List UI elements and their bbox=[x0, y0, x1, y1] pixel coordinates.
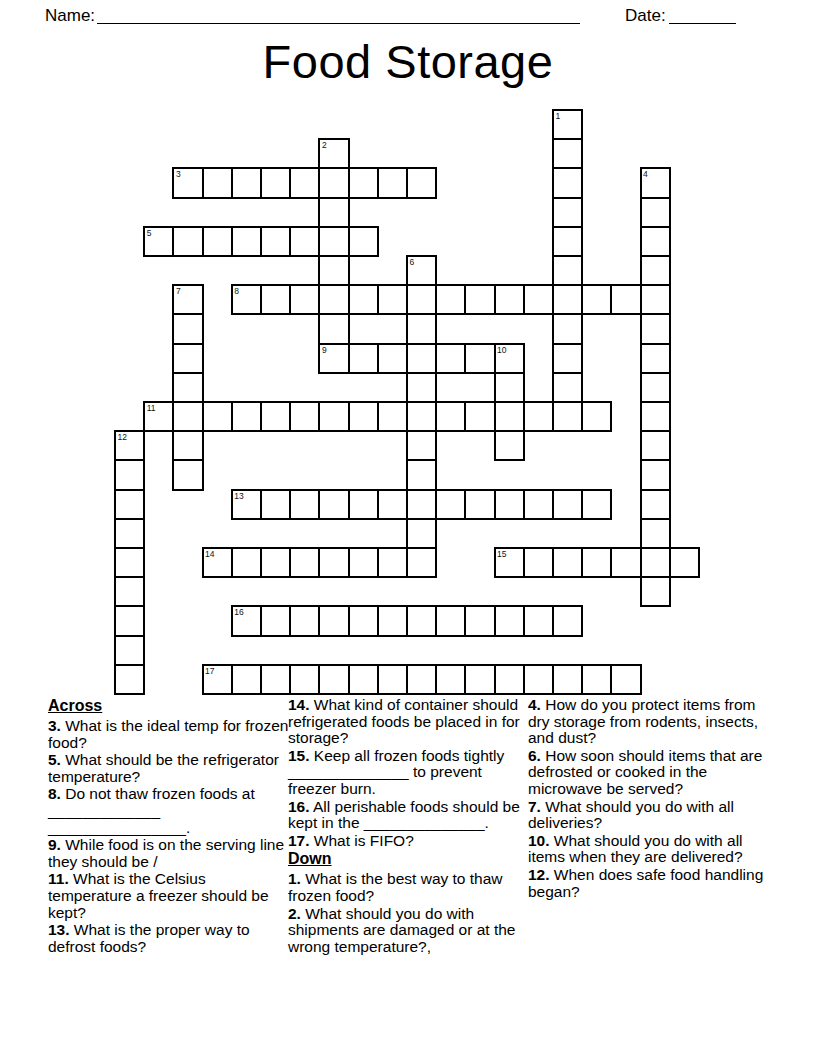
clue-column-down: 4. How do you protect items from dry sto… bbox=[528, 697, 770, 901]
grid-cell[interactable] bbox=[552, 226, 583, 257]
cell-clue-number: 2 bbox=[322, 140, 327, 150]
grid-cell[interactable] bbox=[318, 284, 349, 315]
grid-cell[interactable] bbox=[640, 226, 671, 257]
grid-cell[interactable] bbox=[260, 664, 291, 695]
grid-cell[interactable] bbox=[172, 430, 203, 461]
grid-cell[interactable] bbox=[377, 664, 408, 695]
clue-item-number: 14. bbox=[288, 696, 310, 713]
grid-cell[interactable] bbox=[552, 372, 583, 403]
grid-cell[interactable] bbox=[640, 343, 671, 374]
grid-cell[interactable] bbox=[318, 255, 349, 286]
grid-cell[interactable] bbox=[377, 401, 408, 432]
grid-cell[interactable] bbox=[377, 489, 408, 520]
grid-cell[interactable] bbox=[464, 605, 495, 636]
clue-item: 8. Do not thaw frozen foods at _________… bbox=[48, 786, 290, 836]
grid-cell[interactable] bbox=[377, 547, 408, 578]
clue-item-number: 15. bbox=[288, 747, 310, 764]
grid-cell[interactable] bbox=[318, 401, 349, 432]
grid-cell[interactable] bbox=[377, 284, 408, 315]
grid-cell[interactable] bbox=[581, 489, 612, 520]
grid-cell[interactable] bbox=[114, 635, 145, 666]
grid-cell[interactable] bbox=[435, 605, 466, 636]
cell-clue-number: 7 bbox=[176, 286, 181, 296]
grid-cell[interactable] bbox=[318, 605, 349, 636]
grid-cell[interactable] bbox=[523, 605, 554, 636]
clue-item: 5. What should be the refrigerator tempe… bbox=[48, 752, 290, 785]
grid-cell[interactable] bbox=[494, 401, 525, 432]
date-label: Date: bbox=[625, 6, 666, 26]
grid-cell[interactable] bbox=[260, 167, 291, 198]
grid-cell[interactable] bbox=[406, 547, 437, 578]
grid-cell[interactable] bbox=[669, 547, 700, 578]
grid-cell[interactable] bbox=[406, 284, 437, 315]
grid-cell[interactable] bbox=[348, 401, 379, 432]
grid-cell[interactable] bbox=[289, 605, 320, 636]
clue-column-middle: 14. What kind of container should refrig… bbox=[288, 697, 530, 956]
grid-cell[interactable] bbox=[464, 401, 495, 432]
grid-cell[interactable] bbox=[318, 664, 349, 695]
grid-cell[interactable] bbox=[114, 664, 145, 695]
grid-cell[interactable] bbox=[172, 343, 203, 374]
grid-cell[interactable] bbox=[260, 605, 291, 636]
grid-cell[interactable] bbox=[406, 459, 437, 490]
clue-list-header: Across bbox=[48, 697, 290, 715]
clue-item: 13. What is the proper way to defrost fo… bbox=[48, 922, 290, 955]
grid-cell[interactable] bbox=[464, 284, 495, 315]
grid-cell[interactable] bbox=[523, 401, 554, 432]
clue-item: 9. While food is on the serving line the… bbox=[48, 837, 290, 870]
grid-cell[interactable] bbox=[289, 547, 320, 578]
clue-item-number: 13. bbox=[48, 921, 70, 938]
grid-cell[interactable] bbox=[552, 313, 583, 344]
grid-cell[interactable] bbox=[435, 664, 466, 695]
grid-cell[interactable] bbox=[610, 284, 641, 315]
grid-cell[interactable] bbox=[202, 401, 233, 432]
cell-clue-number: 12 bbox=[118, 432, 127, 442]
grid-cell[interactable] bbox=[260, 226, 291, 257]
grid-cell[interactable] bbox=[640, 576, 671, 607]
grid-cell[interactable] bbox=[552, 138, 583, 169]
grid-cell[interactable] bbox=[640, 372, 671, 403]
grid-cell[interactable] bbox=[348, 226, 379, 257]
grid-cell[interactable] bbox=[494, 664, 525, 695]
grid-cell[interactable] bbox=[318, 167, 349, 198]
grid-cell[interactable] bbox=[172, 401, 203, 432]
grid-cell[interactable] bbox=[260, 489, 291, 520]
grid-cell[interactable] bbox=[318, 547, 349, 578]
grid-cell[interactable] bbox=[552, 343, 583, 374]
clue-item-number: 5. bbox=[48, 751, 61, 768]
grid-cell[interactable] bbox=[289, 401, 320, 432]
grid-cell[interactable] bbox=[464, 343, 495, 374]
grid-cell[interactable] bbox=[318, 489, 349, 520]
worksheet-page: { "game": "crossword", "header": { "name… bbox=[0, 0, 816, 1056]
clue-item-number: 6. bbox=[528, 747, 541, 764]
clue-item: 12. When does safe food handling began? bbox=[528, 867, 770, 900]
cell-clue-number: 15 bbox=[497, 549, 506, 559]
grid-cell[interactable] bbox=[640, 547, 671, 578]
grid-cell[interactable]: 12 bbox=[114, 430, 145, 461]
grid-cell[interactable]: 2 bbox=[318, 138, 349, 169]
grid-cell[interactable] bbox=[114, 489, 145, 520]
grid-cell[interactable] bbox=[348, 664, 379, 695]
grid-cell[interactable] bbox=[348, 343, 379, 374]
clue-item: 11. What is the Celsius temperature a fr… bbox=[48, 871, 290, 921]
cell-clue-number: 17 bbox=[205, 666, 214, 676]
grid-cell[interactable] bbox=[640, 459, 671, 490]
grid-cell[interactable] bbox=[581, 664, 612, 695]
grid-cell[interactable] bbox=[435, 343, 466, 374]
clue-item-number: 4. bbox=[528, 696, 541, 713]
grid-cell[interactable] bbox=[172, 313, 203, 344]
grid-cell[interactable]: 13 bbox=[231, 489, 262, 520]
grid-cell[interactable]: 14 bbox=[202, 547, 233, 578]
grid-cell[interactable] bbox=[406, 664, 437, 695]
grid-cell[interactable] bbox=[552, 167, 583, 198]
grid-cell[interactable] bbox=[581, 401, 612, 432]
grid-cell[interactable] bbox=[377, 605, 408, 636]
grid-cell[interactable] bbox=[348, 605, 379, 636]
name-label: Name: bbox=[45, 6, 95, 26]
date-blank-line bbox=[669, 23, 736, 24]
grid-cell[interactable] bbox=[172, 226, 203, 257]
clue-item-number: 16. bbox=[288, 798, 310, 815]
grid-cell[interactable] bbox=[552, 664, 583, 695]
grid-cell[interactable]: 15 bbox=[494, 547, 525, 578]
clue-item: 10. What should you do with all items wh… bbox=[528, 833, 770, 866]
grid-cell[interactable] bbox=[260, 547, 291, 578]
grid-cell[interactable] bbox=[114, 547, 145, 578]
grid-cell[interactable] bbox=[406, 605, 437, 636]
grid-cell[interactable] bbox=[640, 489, 671, 520]
grid-cell[interactable] bbox=[289, 489, 320, 520]
grid-cell[interactable]: 8 bbox=[231, 284, 262, 315]
grid-cell[interactable] bbox=[377, 167, 408, 198]
grid-cell[interactable]: 7 bbox=[172, 284, 203, 315]
grid-cell[interactable] bbox=[523, 547, 554, 578]
grid-cell[interactable] bbox=[406, 430, 437, 461]
clue-item-number: 10. bbox=[528, 832, 550, 849]
clue-item-number: 8. bbox=[48, 785, 61, 802]
grid-cell[interactable] bbox=[231, 664, 262, 695]
clue-item-number: 12. bbox=[528, 866, 550, 883]
grid-cell[interactable] bbox=[348, 167, 379, 198]
cell-clue-number: 10 bbox=[497, 345, 506, 355]
grid-cell[interactable]: 1 bbox=[552, 109, 583, 140]
grid-cell[interactable] bbox=[260, 401, 291, 432]
grid-cell[interactable] bbox=[523, 284, 554, 315]
grid-cell[interactable] bbox=[406, 489, 437, 520]
clue-item-number: 3. bbox=[48, 717, 61, 734]
grid-cell[interactable] bbox=[318, 197, 349, 228]
grid-cell[interactable] bbox=[318, 313, 349, 344]
grid-cell[interactable]: 11 bbox=[143, 401, 174, 432]
clue-item: 17. What is FIFO? bbox=[288, 833, 530, 850]
clue-item-number: 9. bbox=[48, 836, 61, 853]
grid-cell[interactable] bbox=[523, 664, 554, 695]
grid-cell[interactable] bbox=[494, 284, 525, 315]
clue-item-number: 2. bbox=[288, 905, 301, 922]
grid-cell[interactable] bbox=[640, 284, 671, 315]
grid-cell[interactable]: 6 bbox=[406, 255, 437, 286]
grid-cell[interactable] bbox=[435, 401, 466, 432]
grid-cell[interactable] bbox=[523, 489, 554, 520]
grid-cell[interactable] bbox=[464, 489, 495, 520]
grid-cell[interactable] bbox=[289, 664, 320, 695]
clue-item: 7. What should you do with all deliverie… bbox=[528, 799, 770, 832]
grid-cell[interactable] bbox=[552, 605, 583, 636]
grid-cell[interactable] bbox=[406, 167, 437, 198]
grid-cell[interactable] bbox=[406, 313, 437, 344]
grid-cell[interactable] bbox=[202, 226, 233, 257]
grid-cell[interactable]: 3 bbox=[172, 167, 203, 198]
cell-clue-number: 16 bbox=[234, 607, 243, 617]
grid-cell[interactable]: 5 bbox=[143, 226, 174, 257]
clue-item: 2. What should you do with shipments are… bbox=[288, 906, 530, 956]
grid-cell[interactable] bbox=[552, 284, 583, 315]
cell-clue-number: 1 bbox=[556, 111, 561, 121]
grid-cell[interactable] bbox=[231, 401, 262, 432]
grid-cell[interactable] bbox=[406, 401, 437, 432]
grid-cell[interactable] bbox=[640, 401, 671, 432]
grid-cell[interactable] bbox=[406, 518, 437, 549]
grid-cell[interactable] bbox=[114, 576, 145, 607]
clue-item: 3. What is the ideal temp for frozen foo… bbox=[48, 718, 290, 751]
grid-cell[interactable] bbox=[610, 664, 641, 695]
clue-column-across: Across3. What is the ideal temp for froz… bbox=[48, 697, 290, 956]
grid-cell[interactable] bbox=[552, 401, 583, 432]
grid-cell[interactable]: 4 bbox=[640, 167, 671, 198]
crossword-grid: 1234567891011121314151617 bbox=[114, 109, 702, 697]
grid-cell[interactable] bbox=[231, 226, 262, 257]
grid-cell[interactable] bbox=[172, 459, 203, 490]
grid-cell[interactable] bbox=[494, 605, 525, 636]
grid-cell[interactable] bbox=[172, 372, 203, 403]
grid-cell[interactable] bbox=[289, 284, 320, 315]
clue-item: 14. What kind of container should refrig… bbox=[288, 697, 530, 747]
cell-clue-number: 4 bbox=[643, 169, 648, 179]
grid-cell[interactable] bbox=[640, 197, 671, 228]
clue-item: 16. All perishable foods should be kept … bbox=[288, 799, 530, 832]
clue-item: 4. How do you protect items from dry sto… bbox=[528, 697, 770, 747]
cell-clue-number: 5 bbox=[147, 228, 152, 238]
grid-cell[interactable] bbox=[114, 518, 145, 549]
cell-clue-number: 13 bbox=[234, 491, 243, 501]
grid-cell[interactable] bbox=[552, 547, 583, 578]
cell-clue-number: 14 bbox=[205, 549, 214, 559]
grid-cell[interactable] bbox=[552, 489, 583, 520]
grid-cell[interactable] bbox=[348, 489, 379, 520]
grid-cell[interactable] bbox=[640, 313, 671, 344]
grid-cell[interactable] bbox=[114, 605, 145, 636]
grid-cell[interactable] bbox=[435, 284, 466, 315]
grid-cell[interactable]: 10 bbox=[494, 343, 525, 374]
cell-clue-number: 8 bbox=[234, 286, 239, 296]
grid-cell[interactable] bbox=[406, 372, 437, 403]
grid-cell[interactable] bbox=[202, 167, 233, 198]
grid-cell[interactable] bbox=[494, 430, 525, 461]
grid-cell[interactable] bbox=[231, 167, 262, 198]
clue-item: 6. How soon should items that are defros… bbox=[528, 748, 770, 798]
cell-clue-number: 3 bbox=[176, 169, 181, 179]
grid-cell[interactable] bbox=[640, 430, 671, 461]
grid-cell[interactable]: 16 bbox=[231, 605, 262, 636]
grid-cell[interactable] bbox=[610, 547, 641, 578]
grid-cell[interactable] bbox=[640, 255, 671, 286]
page-title: Food Storage bbox=[0, 34, 816, 90]
name-blank-line bbox=[97, 23, 580, 24]
cell-clue-number: 9 bbox=[322, 345, 327, 355]
grid-cell[interactable] bbox=[640, 518, 671, 549]
grid-cell[interactable] bbox=[581, 547, 612, 578]
clue-item: 1. What is the best way to thaw frozen f… bbox=[288, 871, 530, 904]
grid-cell[interactable] bbox=[494, 372, 525, 403]
grid-cell[interactable] bbox=[289, 167, 320, 198]
grid-cell[interactable] bbox=[231, 547, 262, 578]
grid-cell[interactable] bbox=[318, 226, 349, 257]
clue-item-number: 17. bbox=[288, 832, 310, 849]
grid-cell[interactable] bbox=[464, 664, 495, 695]
grid-cell[interactable] bbox=[348, 547, 379, 578]
grid-cell[interactable] bbox=[581, 284, 612, 315]
grid-cell[interactable] bbox=[552, 197, 583, 228]
grid-cell[interactable] bbox=[348, 284, 379, 315]
clue-item-number: 11. bbox=[48, 870, 69, 887]
grid-cell[interactable] bbox=[377, 343, 408, 374]
grid-cell[interactable] bbox=[494, 489, 525, 520]
grid-cell[interactable] bbox=[114, 459, 145, 490]
grid-cell[interactable] bbox=[289, 226, 320, 257]
grid-cell[interactable] bbox=[435, 489, 466, 520]
clue-item-number: 7. bbox=[528, 798, 541, 815]
clue-item-number: 1. bbox=[288, 870, 301, 887]
grid-cell[interactable] bbox=[406, 343, 437, 374]
grid-cell[interactable] bbox=[552, 255, 583, 286]
clue-list-header: Down bbox=[288, 850, 530, 868]
grid-cell[interactable] bbox=[260, 284, 291, 315]
cell-clue-number: 11 bbox=[147, 403, 156, 413]
grid-cell[interactable]: 17 bbox=[202, 664, 233, 695]
grid-cell[interactable]: 9 bbox=[318, 343, 349, 374]
clue-item: 15. Keep all frozen foods tightly ______… bbox=[288, 748, 530, 798]
cell-clue-number: 6 bbox=[410, 257, 415, 267]
